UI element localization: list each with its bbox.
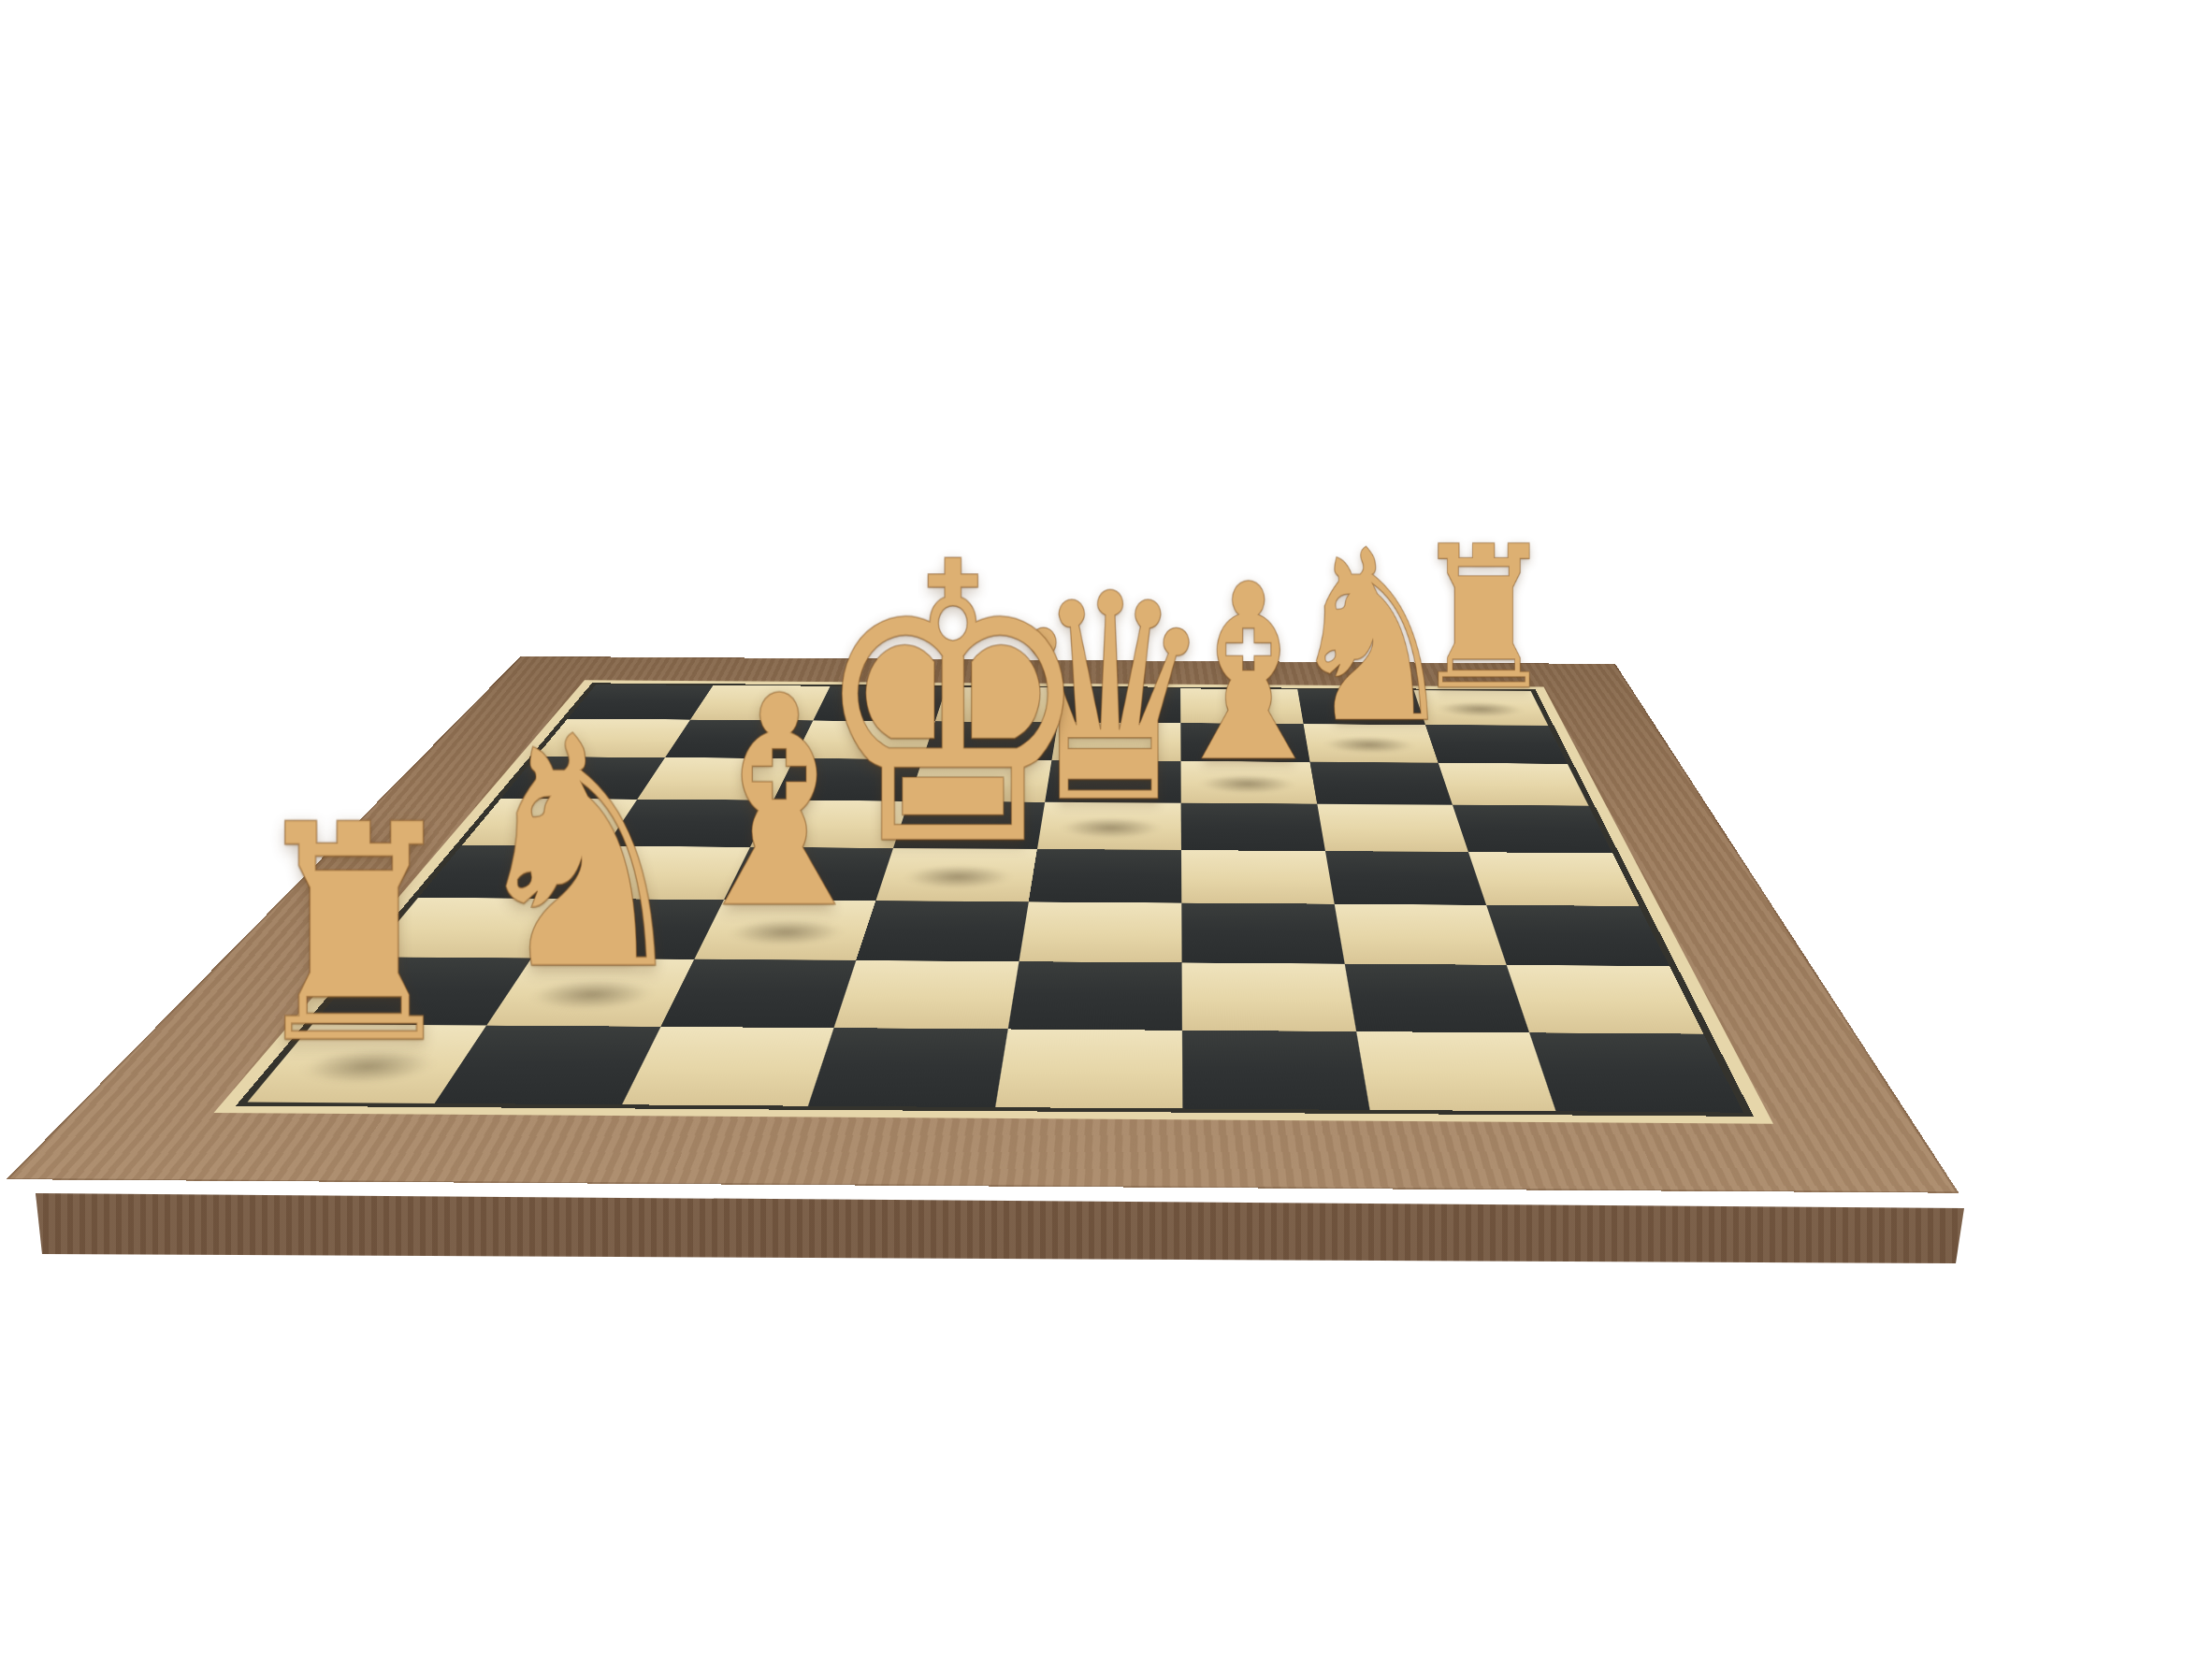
square-f4 [1181,850,1334,904]
square-h5 [1453,805,1612,853]
square-a1: ♜ [248,1024,486,1103]
square-g2 [1344,963,1529,1032]
square-e1 [995,1030,1182,1109]
square-c1 [621,1027,833,1106]
board-maple-fillet: ♜♞♝♛♚♝♞♜ [214,680,1773,1123]
square-f1 [1182,1031,1369,1110]
square-f2 [1181,962,1355,1031]
square-d2 [834,960,1019,1030]
board-inset-line: ♜♞♝♛♚♝♞♜ [236,683,1754,1116]
square-h4 [1468,852,1639,906]
square-d1 [808,1028,1007,1107]
square-c3: ♝ [694,900,876,960]
board-walnut-frame: ♜♞♝♛♚♝♞♜ [7,656,1959,1193]
square-e2 [1008,961,1182,1031]
square-h2 [1507,965,1704,1034]
square-h6 [1439,763,1589,806]
square-d4: ♚ [876,848,1037,901]
product-photo-stage: ♜♞♝♛♚♝♞♜ [0,0,2212,1658]
square-b2: ♞ [486,958,694,1027]
square-f3 [1181,902,1344,963]
square-g5 [1317,804,1468,852]
square-g4 [1324,851,1486,905]
chess-board: ♜♞♝♛♚♝♞♜ [7,656,1959,1193]
square-h1 [1530,1033,1743,1113]
board-grid: ♜♞♝♛♚♝♞♜ [248,685,1743,1113]
square-g3 [1334,904,1507,965]
white-knight-b2: ♞ [463,696,697,1015]
scene: ♜♞♝♛♚♝♞♜ [0,0,2212,1658]
square-g1 [1356,1031,1556,1111]
square-h3 [1486,905,1669,966]
white-rook-a1: ♜ [244,786,464,1086]
square-e3 [1019,901,1182,962]
white-bishop-c3: ♝ [672,658,886,949]
